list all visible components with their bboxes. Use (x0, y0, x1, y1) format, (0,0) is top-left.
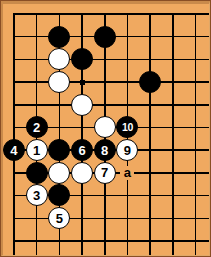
intersection (71, 93, 94, 116)
intersection (71, 116, 94, 139)
intersection (48, 3, 71, 26)
intersection (93, 3, 116, 26)
intersection (25, 71, 48, 94)
stone-black-move-4: 4 (3, 139, 25, 161)
intersection (48, 161, 71, 184)
intersection: 4 (3, 139, 26, 162)
intersection (48, 184, 71, 207)
stone-black-move-10: 10 (116, 116, 138, 138)
intersection (139, 229, 162, 252)
intersection: a (116, 161, 139, 184)
intersection (139, 48, 162, 71)
intersection (184, 71, 207, 94)
intersection (3, 184, 26, 207)
intersection (93, 93, 116, 116)
stone-white (71, 162, 93, 184)
stone-black (48, 139, 70, 161)
intersection (161, 25, 184, 48)
intersection (93, 116, 116, 139)
intersection (161, 116, 184, 139)
intersection (161, 71, 184, 94)
intersection (184, 139, 207, 162)
intersection (161, 3, 184, 26)
intersection: 1 (25, 139, 48, 162)
stone-black (139, 71, 161, 93)
intersection (48, 25, 71, 48)
intersection (3, 93, 26, 116)
intersection (161, 48, 184, 71)
intersection (25, 48, 48, 71)
intersection: 6 (71, 139, 94, 162)
intersection (161, 161, 184, 184)
stone-black (48, 184, 70, 206)
intersection (116, 207, 139, 230)
intersection (116, 184, 139, 207)
intersection (184, 93, 207, 116)
intersection (71, 207, 94, 230)
intersection (3, 48, 26, 71)
intersection: 5 (48, 207, 71, 230)
intersection (25, 3, 48, 26)
star-point-hoshi (80, 80, 85, 85)
intersection (116, 93, 139, 116)
intersection (139, 71, 162, 94)
stone-white-move-9: 9 (116, 139, 138, 161)
stone-black (71, 48, 93, 70)
intersection (93, 25, 116, 48)
intersection (184, 3, 207, 26)
intersection (116, 229, 139, 252)
intersection (3, 25, 26, 48)
intersection (161, 229, 184, 252)
intersection: 8 (93, 139, 116, 162)
go-diagram-frame: 210416897a35 (0, 0, 211, 257)
intersection (3, 3, 26, 26)
intersection: 9 (116, 139, 139, 162)
intersection (25, 25, 48, 48)
stone-white-move-1: 1 (26, 139, 48, 161)
intersection (48, 139, 71, 162)
intersection (71, 3, 94, 26)
stone-black-move-6: 6 (71, 139, 93, 161)
intersection (93, 207, 116, 230)
intersection (25, 229, 48, 252)
stone-white (48, 48, 70, 70)
stone-black (48, 26, 70, 48)
intersection (93, 71, 116, 94)
stone-white (94, 116, 116, 138)
intersection (71, 184, 94, 207)
intersection (48, 116, 71, 139)
intersection (71, 161, 94, 184)
go-board: 210416897a35 (1, 1, 210, 256)
intersection (139, 161, 162, 184)
intersection (161, 139, 184, 162)
intersection: 2 (25, 116, 48, 139)
intersection (93, 48, 116, 71)
intersection (48, 71, 71, 94)
intersection (116, 71, 139, 94)
intersection (116, 3, 139, 26)
intersection (184, 229, 207, 252)
stones-layer: 210416897a35 (3, 3, 207, 253)
intersection (184, 161, 207, 184)
intersection (3, 207, 26, 230)
intersection (3, 116, 26, 139)
intersection (184, 48, 207, 71)
intersection (48, 48, 71, 71)
intersection (48, 93, 71, 116)
intersection (71, 25, 94, 48)
intersection (139, 3, 162, 26)
intersection (139, 207, 162, 230)
stone-black (94, 26, 116, 48)
intersection (25, 161, 48, 184)
intersection (184, 116, 207, 139)
stone-white (48, 162, 70, 184)
intersection (161, 93, 184, 116)
intersection (184, 184, 207, 207)
intersection (161, 207, 184, 230)
stone-white (48, 71, 70, 93)
intersection (71, 48, 94, 71)
intersection (93, 184, 116, 207)
intersection (161, 184, 184, 207)
intersection: 7 (93, 161, 116, 184)
intersection (71, 71, 94, 94)
intersection (48, 229, 71, 252)
intersection (25, 207, 48, 230)
intersection (25, 93, 48, 116)
intersection (116, 48, 139, 71)
intersection (3, 71, 26, 94)
stone-white-move-7: 7 (94, 162, 116, 184)
stone-black (26, 162, 48, 184)
intersection (3, 161, 26, 184)
stone-white-move-5: 5 (48, 207, 70, 229)
stone-white (71, 94, 93, 116)
point-label-a: a (120, 166, 134, 180)
stone-black-move-2: 2 (26, 116, 48, 138)
intersection (3, 229, 26, 252)
intersection (71, 229, 94, 252)
intersection (184, 25, 207, 48)
intersection (139, 25, 162, 48)
intersection (139, 184, 162, 207)
intersection (116, 25, 139, 48)
intersection (139, 93, 162, 116)
intersection (93, 229, 116, 252)
stone-white-move-3: 3 (26, 184, 48, 206)
intersection (184, 207, 207, 230)
stone-black-move-8: 8 (94, 139, 116, 161)
intersection: 10 (116, 116, 139, 139)
intersection (139, 116, 162, 139)
intersection (139, 139, 162, 162)
intersection: 3 (25, 184, 48, 207)
